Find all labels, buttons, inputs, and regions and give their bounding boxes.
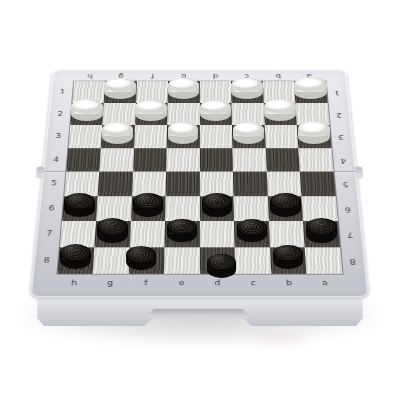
square-a7[interactable] (303, 221, 340, 247)
square-a6[interactable] (301, 196, 337, 221)
square-f8[interactable] (128, 247, 164, 274)
file-labels-top: hgfedcba (74, 72, 326, 81)
square-b2[interactable] (263, 103, 296, 125)
hinge-right (355, 167, 363, 178)
square-f3[interactable] (134, 125, 167, 148)
coord-label-b: b (262, 72, 294, 81)
handle-notch[interactable] (144, 309, 252, 318)
square-c8[interactable] (235, 247, 271, 274)
coord-label-7: 7 (340, 221, 360, 247)
folding-checkers-board: hgfedcba hgfedcba 12345678 12345678 (30, 70, 370, 298)
square-d2[interactable] (200, 103, 232, 125)
square-h3[interactable] (68, 125, 102, 148)
board-frame: hgfedcba hgfedcba 12345678 12345678 (30, 70, 370, 298)
coord-label-4: 4 (334, 148, 353, 172)
square-e1[interactable] (168, 81, 200, 103)
coord-label-h: h (56, 277, 93, 289)
square-e7[interactable] (164, 221, 199, 247)
square-h5[interactable] (64, 172, 100, 196)
coord-label-c: c (231, 72, 263, 81)
coord-label-1: 1 (53, 81, 71, 103)
square-e8[interactable] (164, 247, 200, 274)
coord-label-a: a (293, 72, 325, 81)
square-h1[interactable] (72, 81, 105, 103)
coord-label-5: 5 (44, 172, 63, 196)
coord-label-3: 3 (49, 125, 68, 148)
square-c7[interactable] (234, 221, 270, 247)
coord-label-2: 2 (51, 103, 69, 125)
square-f6[interactable] (131, 196, 166, 221)
coord-label-d: d (200, 277, 236, 289)
square-e5[interactable] (166, 172, 200, 196)
coord-label-3: 3 (332, 125, 351, 148)
square-h6[interactable] (62, 196, 98, 221)
coord-label-a: a (307, 277, 344, 289)
coord-label-e: e (164, 277, 200, 289)
coord-label-4: 4 (46, 148, 65, 172)
square-a5[interactable] (300, 172, 336, 196)
square-f4[interactable] (133, 148, 167, 172)
square-b8[interactable] (270, 247, 307, 274)
square-d8[interactable] (200, 247, 236, 274)
hinge-left (36, 167, 44, 178)
square-f7[interactable] (129, 221, 165, 247)
coord-label-b: b (271, 277, 307, 289)
square-c3[interactable] (232, 125, 265, 148)
square-g5[interactable] (98, 172, 133, 196)
square-e4[interactable] (166, 148, 199, 172)
square-d4[interactable] (200, 148, 233, 172)
coord-label-f: f (128, 277, 164, 289)
checkers-board-photo: hgfedcba hgfedcba 12345678 12345678 (0, 0, 400, 400)
square-g6[interactable] (96, 196, 132, 221)
file-labels-bottom: hgfedcba (56, 277, 344, 289)
square-d5[interactable] (200, 172, 234, 196)
coord-label-g: g (92, 277, 128, 289)
square-h2[interactable] (70, 103, 104, 125)
square-a1[interactable] (294, 81, 327, 103)
coord-label-1: 1 (328, 81, 346, 103)
coord-label-g: g (105, 72, 137, 81)
square-b4[interactable] (265, 148, 299, 172)
square-g8[interactable] (93, 247, 130, 274)
square-a3[interactable] (297, 125, 331, 148)
square-d6[interactable] (200, 196, 234, 221)
square-g2[interactable] (102, 103, 135, 125)
square-d3[interactable] (200, 125, 233, 148)
square-b1[interactable] (262, 81, 295, 103)
coord-label-f: f (137, 72, 169, 81)
square-f5[interactable] (132, 172, 166, 196)
coord-label-c: c (235, 277, 271, 289)
square-g7[interactable] (94, 221, 130, 247)
square-a8[interactable] (305, 247, 342, 274)
square-d7[interactable] (200, 221, 235, 247)
coord-label-h: h (74, 72, 106, 81)
square-b6[interactable] (267, 196, 303, 221)
coord-label-8: 8 (342, 247, 362, 274)
square-h4[interactable] (66, 148, 101, 172)
square-f2[interactable] (135, 103, 168, 125)
square-g3[interactable] (101, 125, 135, 148)
square-h8[interactable] (57, 247, 94, 274)
square-e2[interactable] (167, 103, 199, 125)
square-b3[interactable] (264, 125, 298, 148)
square-b7[interactable] (268, 221, 304, 247)
square-c6[interactable] (233, 196, 268, 221)
square-c4[interactable] (232, 148, 266, 172)
coord-label-7: 7 (39, 221, 59, 247)
square-e3[interactable] (167, 125, 200, 148)
square-d1[interactable] (200, 81, 232, 103)
coord-label-6: 6 (338, 196, 358, 221)
square-e6[interactable] (165, 196, 199, 221)
square-h7[interactable] (59, 221, 96, 247)
square-a2[interactable] (295, 103, 329, 125)
square-g4[interactable] (99, 148, 133, 172)
square-c5[interactable] (233, 172, 267, 196)
coord-label-e: e (168, 72, 199, 81)
square-g1[interactable] (104, 81, 137, 103)
coord-label-2: 2 (330, 103, 348, 125)
square-c1[interactable] (231, 81, 263, 103)
coord-label-5: 5 (336, 172, 355, 196)
coord-label-d: d (200, 72, 231, 81)
board-grid (57, 81, 342, 274)
square-b5[interactable] (266, 172, 301, 196)
square-a4[interactable] (298, 148, 333, 172)
coord-label-6: 6 (42, 196, 62, 221)
square-c2[interactable] (231, 103, 264, 125)
coord-label-8: 8 (36, 247, 56, 274)
square-f1[interactable] (136, 81, 168, 103)
